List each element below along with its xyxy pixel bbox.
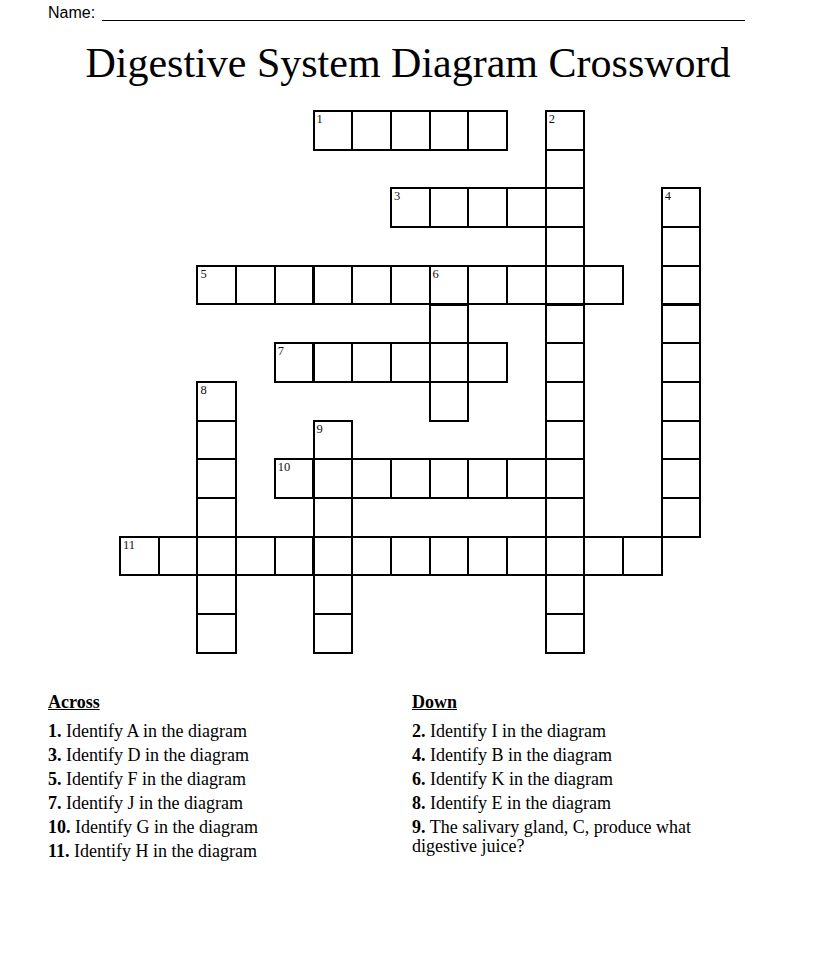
clue-number: 8 xyxy=(200,383,206,397)
grid-cell[interactable] xyxy=(661,381,702,422)
grid-cell[interactable] xyxy=(545,304,586,345)
across-clue: 11. Identify H in the diagram xyxy=(48,842,398,861)
grid-cell[interactable] xyxy=(158,536,199,577)
grid-cell[interactable]: 2 xyxy=(545,110,586,151)
clue-number: 9. xyxy=(412,817,426,837)
grid-cell[interactable] xyxy=(351,265,392,306)
grid-cell[interactable] xyxy=(467,458,508,499)
clue-number: 3. xyxy=(48,745,62,765)
grid-cell[interactable] xyxy=(429,381,470,422)
grid-cell[interactable] xyxy=(506,458,547,499)
grid-cell[interactable] xyxy=(429,110,470,151)
grid-cell[interactable] xyxy=(506,265,547,306)
grid-cell[interactable] xyxy=(390,458,431,499)
across-clue-list: 1. Identify A in the diagram3. Identify … xyxy=(48,722,398,861)
grid-cell[interactable] xyxy=(351,342,392,383)
grid-cell[interactable] xyxy=(661,304,702,345)
grid-cell[interactable] xyxy=(622,536,663,577)
grid-cell[interactable] xyxy=(390,342,431,383)
grid-cell[interactable] xyxy=(661,342,702,383)
grid-cell[interactable] xyxy=(313,574,354,615)
clue-number: 8. xyxy=(412,793,426,813)
grid-cell[interactable] xyxy=(467,110,508,151)
grid-cell[interactable] xyxy=(196,420,237,461)
grid-cell[interactable]: 8 xyxy=(196,381,237,422)
grid-cell[interactable] xyxy=(545,497,586,538)
grid-cell[interactable] xyxy=(545,574,586,615)
grid-cell[interactable] xyxy=(313,342,354,383)
clue-number: 7 xyxy=(278,344,284,358)
grid-cell[interactable] xyxy=(429,187,470,228)
grid-cell[interactable]: 4 xyxy=(661,187,702,228)
grid-cell[interactable]: 10 xyxy=(274,458,315,499)
grid-cell[interactable] xyxy=(467,265,508,306)
grid-cell[interactable] xyxy=(661,458,702,499)
down-heading: Down xyxy=(412,693,746,712)
grid-cell[interactable] xyxy=(390,110,431,151)
grid-cell[interactable]: 11 xyxy=(119,536,160,577)
across-clue: 10. Identify G in the diagram xyxy=(48,818,398,837)
grid-cell[interactable] xyxy=(313,497,354,538)
grid-cell[interactable] xyxy=(274,265,315,306)
grid-cell[interactable] xyxy=(661,420,702,461)
grid-cell[interactable] xyxy=(545,187,586,228)
grid-cell[interactable]: 5 xyxy=(196,265,237,306)
across-clue: 5. Identify F in the diagram xyxy=(48,770,398,789)
grid-cell[interactable]: 9 xyxy=(313,420,354,461)
grid-cell[interactable] xyxy=(313,613,354,654)
grid-cell[interactable] xyxy=(545,226,586,267)
grid-cell[interactable] xyxy=(506,536,547,577)
clue-number: 5 xyxy=(200,267,206,281)
grid-cell[interactable] xyxy=(351,110,392,151)
grid-cell[interactable] xyxy=(545,381,586,422)
grid-cell[interactable] xyxy=(274,536,315,577)
worksheet-page: Name: Digestive System Diagram Crossword… xyxy=(0,0,816,957)
down-clue: 9. The salivary gland, C, produce what d… xyxy=(412,818,746,856)
down-clue: 4. Identify B in the diagram xyxy=(412,746,746,765)
name-label: Name: xyxy=(48,4,95,22)
clue-number: 7. xyxy=(48,793,62,813)
grid-cell[interactable] xyxy=(196,536,237,577)
down-clue-list: 2. Identify I in the diagram4. Identify … xyxy=(412,722,746,856)
grid-cell[interactable]: 7 xyxy=(274,342,315,383)
clue-number: 10. xyxy=(48,817,71,837)
crossword-grid: 1234567891011 xyxy=(119,110,702,655)
clue-number: 4 xyxy=(665,189,671,203)
clue-number: 6 xyxy=(433,267,439,281)
clue-number: 1. xyxy=(48,721,62,741)
across-clue: 1. Identify A in the diagram xyxy=(48,722,398,741)
down-clue: 8. Identify E in the diagram xyxy=(412,794,746,813)
grid-cell[interactable] xyxy=(313,458,354,499)
grid-cell[interactable]: 1 xyxy=(313,110,354,151)
grid-cell[interactable] xyxy=(429,536,470,577)
down-clue: 2. Identify I in the diagram xyxy=(412,722,746,741)
clue-number: 3 xyxy=(394,189,400,203)
clue-number: 11. xyxy=(48,841,70,861)
grid-cell[interactable] xyxy=(313,265,354,306)
grid-cell[interactable] xyxy=(313,536,354,577)
grid-cell[interactable] xyxy=(390,265,431,306)
grid-cell[interactable] xyxy=(545,458,586,499)
grid-cell[interactable] xyxy=(196,458,237,499)
grid-cell[interactable] xyxy=(545,149,586,190)
grid-cell[interactable] xyxy=(235,265,276,306)
across-heading: Across xyxy=(48,693,398,712)
page-title: Digestive System Diagram Crossword xyxy=(0,40,816,86)
grid-cell[interactable] xyxy=(390,536,431,577)
grid-cell[interactable] xyxy=(467,187,508,228)
across-clue: 7. Identify J in the diagram xyxy=(48,794,398,813)
clue-number: 11 xyxy=(123,538,135,552)
grid-cell[interactable] xyxy=(235,536,276,577)
grid-cell[interactable] xyxy=(196,574,237,615)
clue-number: 6. xyxy=(412,769,426,789)
grid-cell[interactable] xyxy=(429,458,470,499)
grid-cell[interactable] xyxy=(545,536,586,577)
grid-cell[interactable] xyxy=(583,536,624,577)
down-clue: 6. Identify K in the diagram xyxy=(412,770,746,789)
grid-cell[interactable] xyxy=(661,265,702,306)
grid-cell[interactable] xyxy=(429,342,470,383)
grid-cell[interactable] xyxy=(545,265,586,306)
grid-cell[interactable] xyxy=(545,342,586,383)
grid-cell[interactable]: 3 xyxy=(390,187,431,228)
down-clues: Down 2. Identify I in the diagram4. Iden… xyxy=(412,693,746,861)
grid-cell[interactable]: 6 xyxy=(429,265,470,306)
grid-cell[interactable] xyxy=(545,613,586,654)
clue-number: 2 xyxy=(549,112,555,126)
grid-cell[interactable] xyxy=(351,458,392,499)
grid-cell[interactable] xyxy=(467,342,508,383)
grid-cell[interactable] xyxy=(545,420,586,461)
grid-cell[interactable] xyxy=(661,497,702,538)
grid-cell[interactable] xyxy=(196,497,237,538)
grid-cell[interactable] xyxy=(661,226,702,267)
clue-number: 9 xyxy=(317,422,323,436)
clue-number: 5. xyxy=(48,769,62,789)
grid-cell[interactable] xyxy=(506,187,547,228)
across-clues: Across 1. Identify A in the diagram3. Id… xyxy=(48,693,398,866)
clue-number: 1 xyxy=(317,112,323,126)
across-clue: 3. Identify D in the diagram xyxy=(48,746,398,765)
grid-cell[interactable] xyxy=(467,536,508,577)
name-blank-line[interactable] xyxy=(102,3,745,21)
grid-cell[interactable] xyxy=(429,304,470,345)
clue-number: 4. xyxy=(412,745,426,765)
clue-number: 2. xyxy=(412,721,426,741)
grid-cell[interactable] xyxy=(196,613,237,654)
clue-number: 10 xyxy=(278,460,291,474)
grid-cell[interactable] xyxy=(583,265,624,306)
grid-cell[interactable] xyxy=(351,536,392,577)
